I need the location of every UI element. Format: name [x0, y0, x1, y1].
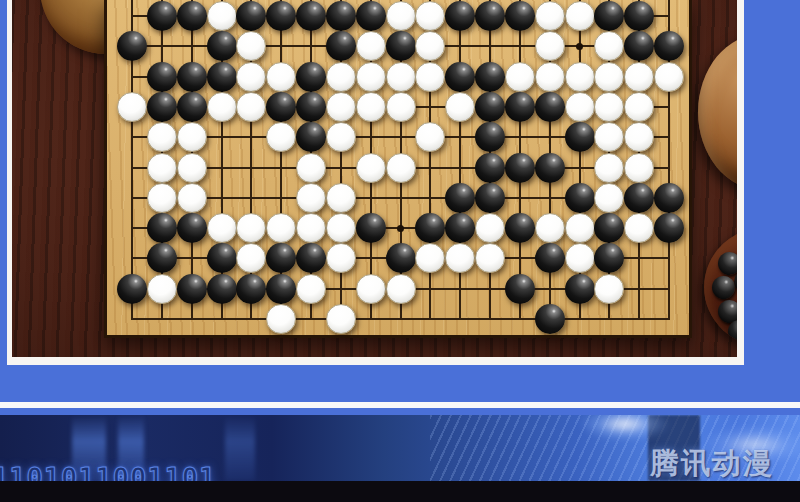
black-stone: [207, 31, 237, 61]
white-stone: [565, 243, 595, 273]
black-stone: [296, 62, 326, 92]
board-edge: [689, 0, 692, 338]
white-stone: [117, 92, 147, 122]
white-stone: [326, 213, 356, 243]
black-stone: [147, 1, 177, 31]
black-stone: [117, 274, 147, 304]
black-stone: [147, 243, 177, 273]
white-stone: [177, 183, 207, 213]
black-stone: [475, 183, 505, 213]
black-stone: [475, 62, 505, 92]
white-stone: [236, 213, 266, 243]
white-stone: [386, 92, 416, 122]
white-stone: [236, 62, 266, 92]
black-stone: [266, 92, 296, 122]
white-stone: [147, 153, 177, 183]
white-stone: [594, 122, 624, 152]
white-stone: [207, 1, 237, 31]
white-stone: [624, 62, 654, 92]
white-stone: [296, 213, 326, 243]
white-stone: [356, 274, 386, 304]
black-stone: [236, 274, 266, 304]
white-stone: [475, 243, 505, 273]
white-stone: [535, 31, 565, 61]
black-stone: [266, 274, 296, 304]
white-stone: [475, 213, 505, 243]
white-stone: [386, 153, 416, 183]
white-stone: [266, 122, 296, 152]
black-stone: [296, 122, 326, 152]
black-stone: [296, 1, 326, 31]
black-stone: [475, 92, 505, 122]
black-stone: [445, 62, 475, 92]
tencent-comics-watermark: 腾讯动漫: [650, 444, 774, 484]
black-stone: [475, 1, 505, 31]
black-stone: [326, 31, 356, 61]
white-stone: [296, 274, 326, 304]
white-stone: [177, 122, 207, 152]
go-scene-art: [12, 0, 737, 357]
white-stone: [624, 153, 654, 183]
black-stone: [266, 243, 296, 273]
panel-divider: [0, 402, 800, 408]
black-stone: [207, 243, 237, 273]
black-stone: [535, 153, 565, 183]
white-stone: [594, 31, 624, 61]
black-stone: [177, 1, 207, 31]
white-stone: [594, 92, 624, 122]
black-stone: [177, 92, 207, 122]
white-stone: [505, 62, 535, 92]
black-stone: [565, 274, 595, 304]
go-board: [104, 0, 692, 338]
black-stone-bowl: [704, 226, 737, 348]
white-stone: [594, 274, 624, 304]
black-stone: [565, 122, 595, 152]
black-stone: [326, 1, 356, 31]
white-stone: [207, 213, 237, 243]
white-stone: [296, 183, 326, 213]
black-stone: [624, 31, 654, 61]
white-stone: [594, 153, 624, 183]
black-stone: [386, 243, 416, 273]
black-stone: [654, 31, 684, 61]
comic-panel-frame: [7, 0, 744, 365]
black-stone: [356, 1, 386, 31]
white-stone: [356, 62, 386, 92]
black-stone: [445, 183, 475, 213]
star-point: [397, 225, 404, 232]
black-stone: [445, 213, 475, 243]
white-stone: [236, 243, 266, 273]
white-stone: [326, 183, 356, 213]
bowl-black-stone: [718, 252, 737, 275]
black-stone: [594, 213, 624, 243]
white-stone: [594, 183, 624, 213]
white-stone: [236, 31, 266, 61]
board-edge: [104, 0, 107, 338]
white-stone: [147, 183, 177, 213]
white-stone: [326, 122, 356, 152]
black-stone: [565, 183, 595, 213]
black-stone: [505, 1, 535, 31]
white-stone: [326, 243, 356, 273]
white-stone: [266, 304, 296, 334]
white-stone: [624, 122, 654, 152]
black-stone: [535, 92, 565, 122]
black-stone: [535, 243, 565, 273]
black-stone: [624, 1, 654, 31]
black-stone: [505, 213, 535, 243]
black-stone: [207, 62, 237, 92]
white-stone: [207, 92, 237, 122]
black-stone: [177, 274, 207, 304]
black-stone: [147, 213, 177, 243]
black-stone: [535, 304, 565, 334]
black-stone: [236, 1, 266, 31]
black-stone: [177, 62, 207, 92]
board-edge: [104, 335, 692, 338]
white-stone: [386, 62, 416, 92]
grid-line-horizontal: [131, 318, 670, 320]
white-stone: [236, 92, 266, 122]
black-stone: [356, 213, 386, 243]
white-stone: [565, 1, 595, 31]
white-stone: [415, 62, 445, 92]
white-stone: [415, 31, 445, 61]
white-stone: [415, 243, 445, 273]
black-stone: [147, 62, 177, 92]
white-stone: [415, 122, 445, 152]
black-stone: [594, 243, 624, 273]
black-stone: [386, 31, 416, 61]
bowl-lid-upper-right: [698, 34, 737, 190]
bowl-black-stone: [718, 300, 737, 323]
white-stone: [565, 213, 595, 243]
black-stone: [147, 92, 177, 122]
black-stone: [475, 153, 505, 183]
white-stone: [147, 274, 177, 304]
black-stone: [475, 122, 505, 152]
white-stone: [356, 153, 386, 183]
bowl-black-stone: [712, 276, 735, 299]
white-stone: [326, 304, 356, 334]
black-stone: [624, 183, 654, 213]
white-stone: [594, 62, 624, 92]
black-stone: [505, 92, 535, 122]
black-stone: [445, 1, 475, 31]
white-stone: [147, 122, 177, 152]
white-stone: [535, 213, 565, 243]
black-stone: [505, 153, 535, 183]
white-stone: [654, 62, 684, 92]
glow-streak: [225, 415, 255, 481]
white-stone: [356, 92, 386, 122]
black-stone: [266, 1, 296, 31]
white-stone: [326, 62, 356, 92]
black-stone: [177, 213, 207, 243]
white-stone: [326, 92, 356, 122]
white-stone: [266, 213, 296, 243]
bottom-black-strip: [0, 481, 800, 502]
white-stone: [415, 1, 445, 31]
white-stone: [356, 31, 386, 61]
white-stone: [535, 1, 565, 31]
black-stone: [594, 1, 624, 31]
black-stone: [207, 274, 237, 304]
white-stone: [445, 243, 475, 273]
black-stone: [415, 213, 445, 243]
white-stone: [386, 1, 416, 31]
black-stone: [654, 183, 684, 213]
white-stone: [624, 213, 654, 243]
white-stone: [177, 153, 207, 183]
white-stone: [266, 62, 296, 92]
white-stone: [296, 153, 326, 183]
white-stone: [565, 62, 595, 92]
black-stone: [296, 92, 326, 122]
black-stone: [654, 213, 684, 243]
white-stone: [624, 92, 654, 122]
black-stone: [296, 243, 326, 273]
white-stone: [535, 62, 565, 92]
star-point: [576, 43, 583, 50]
bowl-black-stone: [728, 320, 737, 343]
black-stone: [117, 31, 147, 61]
white-stone: [565, 92, 595, 122]
white-stone: [445, 92, 475, 122]
white-stone: [386, 274, 416, 304]
black-stone: [505, 274, 535, 304]
